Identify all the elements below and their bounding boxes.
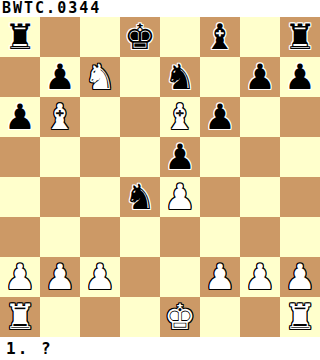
square-f4[interactable] — [200, 177, 240, 217]
square-e4[interactable]: ♟ — [160, 177, 200, 217]
square-b5[interactable] — [40, 137, 80, 177]
square-b8[interactable] — [40, 17, 80, 57]
square-a2[interactable]: ♟ — [0, 257, 40, 297]
square-g3[interactable] — [240, 217, 280, 257]
square-b3[interactable] — [40, 217, 80, 257]
square-f2[interactable]: ♟ — [200, 257, 240, 297]
square-g4[interactable] — [240, 177, 280, 217]
square-e5[interactable]: ♟ — [160, 137, 200, 177]
black-pawn: ♟ — [244, 57, 275, 97]
square-d6[interactable] — [120, 97, 160, 137]
square-c4[interactable] — [80, 177, 120, 217]
white-pawn: ♟ — [284, 257, 315, 297]
square-f5[interactable] — [200, 137, 240, 177]
square-h6[interactable] — [280, 97, 320, 137]
square-f3[interactable] — [200, 217, 240, 257]
square-a5[interactable] — [0, 137, 40, 177]
white-pawn: ♟ — [84, 257, 115, 297]
black-rook: ♜ — [284, 17, 315, 57]
square-c5[interactable] — [80, 137, 120, 177]
square-a8[interactable]: ♜ — [0, 17, 40, 57]
black-pawn: ♟ — [44, 57, 75, 97]
square-g5[interactable] — [240, 137, 280, 177]
square-d2[interactable] — [120, 257, 160, 297]
white-bishop: ♝ — [44, 97, 75, 137]
square-d3[interactable] — [120, 217, 160, 257]
square-a6[interactable]: ♟ — [0, 97, 40, 137]
black-pawn: ♟ — [4, 97, 35, 137]
square-e8[interactable] — [160, 17, 200, 57]
square-f1[interactable] — [200, 297, 240, 337]
square-b1[interactable] — [40, 297, 80, 337]
black-pawn: ♟ — [204, 97, 235, 137]
black-bishop: ♝ — [204, 17, 235, 57]
square-b6[interactable]: ♝ — [40, 97, 80, 137]
white-pawn: ♟ — [164, 177, 195, 217]
black-rook: ♜ — [4, 17, 35, 57]
square-h8[interactable]: ♜ — [280, 17, 320, 57]
square-h1[interactable]: ♜ — [280, 297, 320, 337]
puzzle-id: BWTC.0344 — [2, 0, 101, 17]
square-c1[interactable] — [80, 297, 120, 337]
black-knight: ♞ — [124, 177, 155, 217]
black-king: ♚ — [124, 17, 155, 57]
square-d7[interactable] — [120, 57, 160, 97]
square-e1[interactable]: ♚ — [160, 297, 200, 337]
white-bishop: ♝ — [164, 97, 195, 137]
square-f6[interactable]: ♟ — [200, 97, 240, 137]
status-bar: 1. ? — [0, 337, 320, 360]
square-g1[interactable] — [240, 297, 280, 337]
square-g6[interactable] — [240, 97, 280, 137]
square-a3[interactable] — [0, 217, 40, 257]
square-b2[interactable]: ♟ — [40, 257, 80, 297]
square-e7[interactable]: ♞ — [160, 57, 200, 97]
white-king: ♚ — [164, 297, 195, 337]
square-d4[interactable]: ♞ — [120, 177, 160, 217]
square-h7[interactable]: ♟ — [280, 57, 320, 97]
chess-board: ♜♚♝♜♟♞♞♟♟♟♝♝♟♟♞♟♟♟♟♟♟♟♜♚♜ — [0, 17, 320, 337]
square-d8[interactable]: ♚ — [120, 17, 160, 57]
white-rook: ♜ — [284, 297, 315, 337]
square-c2[interactable]: ♟ — [80, 257, 120, 297]
white-pawn: ♟ — [204, 257, 235, 297]
square-g8[interactable] — [240, 17, 280, 57]
square-d1[interactable] — [120, 297, 160, 337]
square-c8[interactable] — [80, 17, 120, 57]
square-b7[interactable]: ♟ — [40, 57, 80, 97]
square-h5[interactable] — [280, 137, 320, 177]
square-d5[interactable] — [120, 137, 160, 177]
square-e2[interactable] — [160, 257, 200, 297]
square-e6[interactable]: ♝ — [160, 97, 200, 137]
white-pawn: ♟ — [4, 257, 35, 297]
square-h3[interactable] — [280, 217, 320, 257]
square-e3[interactable] — [160, 217, 200, 257]
black-pawn: ♟ — [164, 137, 195, 177]
square-a4[interactable] — [0, 177, 40, 217]
square-h4[interactable] — [280, 177, 320, 217]
square-g2[interactable]: ♟ — [240, 257, 280, 297]
white-pawn: ♟ — [244, 257, 275, 297]
white-pawn: ♟ — [44, 257, 75, 297]
square-a1[interactable]: ♜ — [0, 297, 40, 337]
square-f7[interactable] — [200, 57, 240, 97]
square-g7[interactable]: ♟ — [240, 57, 280, 97]
black-pawn: ♟ — [284, 57, 315, 97]
square-f8[interactable]: ♝ — [200, 17, 240, 57]
square-h2[interactable]: ♟ — [280, 257, 320, 297]
white-knight: ♞ — [84, 57, 115, 97]
square-b4[interactable] — [40, 177, 80, 217]
move-prompt: 1. ? — [6, 339, 53, 358]
square-a7[interactable] — [0, 57, 40, 97]
square-c3[interactable] — [80, 217, 120, 257]
square-c7[interactable]: ♞ — [80, 57, 120, 97]
black-knight: ♞ — [164, 57, 195, 97]
square-c6[interactable] — [80, 97, 120, 137]
title-bar: BWTC.0344 — [0, 0, 320, 17]
white-rook: ♜ — [4, 297, 35, 337]
